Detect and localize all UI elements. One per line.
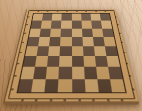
squares-outline <box>16 13 126 93</box>
file-mark-top-f <box>85 11 87 12</box>
square-c8 <box>52 14 62 21</box>
square-e6 <box>71 28 82 36</box>
square-d7 <box>61 21 71 29</box>
square-c2 <box>46 67 59 79</box>
photo-chessboard-on-table <box>0 0 142 111</box>
file-mark-top-g <box>95 11 97 12</box>
square-e1 <box>72 79 85 92</box>
square-e5 <box>71 37 82 46</box>
file-mark-bottom-f <box>92 99 95 101</box>
file-mark-bottom-h <box>121 99 124 101</box>
square-h8 <box>100 14 111 21</box>
square-e2 <box>72 67 85 79</box>
square-d5 <box>60 37 71 46</box>
rank-mark-right-3 <box>125 62 128 64</box>
square-e3 <box>72 56 84 67</box>
chessboard <box>3 9 140 104</box>
square-h2 <box>108 67 123 79</box>
rank-mark-right-2 <box>128 75 131 77</box>
file-mark-top-c <box>57 11 59 12</box>
square-c3 <box>47 56 60 67</box>
square-d4 <box>60 46 72 56</box>
square-c4 <box>48 46 60 56</box>
square-c7 <box>51 21 62 29</box>
file-mark-top-h <box>105 11 107 12</box>
file-mark-bottom-d <box>64 99 67 101</box>
square-h3 <box>106 56 120 67</box>
rank-mark-right-1 <box>131 88 134 90</box>
square-h4 <box>105 46 118 56</box>
square-e8 <box>71 14 81 21</box>
square-d1 <box>58 79 71 92</box>
rank-mark-right-5 <box>120 41 122 42</box>
rank-mark-right-6 <box>118 32 120 33</box>
rank-mark-right-8 <box>114 16 116 17</box>
file-mark-bottom-g <box>107 99 110 101</box>
square-h5 <box>103 37 115 46</box>
square-h1 <box>110 79 126 92</box>
square-d6 <box>61 28 72 36</box>
file-mark-top-e <box>76 11 78 12</box>
square-e4 <box>71 46 83 56</box>
board-squares <box>18 14 125 93</box>
square-d8 <box>62 14 72 21</box>
square-d3 <box>59 56 71 67</box>
rank-mark-right-4 <box>123 51 125 52</box>
square-c5 <box>49 37 61 46</box>
file-mark-top-d <box>66 11 68 12</box>
square-h6 <box>102 28 114 36</box>
square-d2 <box>59 67 72 79</box>
chessboard-wrapper <box>0 0 142 111</box>
square-h7 <box>101 21 112 29</box>
square-e7 <box>71 21 81 29</box>
file-mark-bottom-e <box>78 99 81 101</box>
square-c6 <box>50 28 61 36</box>
rank-mark-right-7 <box>116 24 118 25</box>
square-c1 <box>45 79 59 92</box>
